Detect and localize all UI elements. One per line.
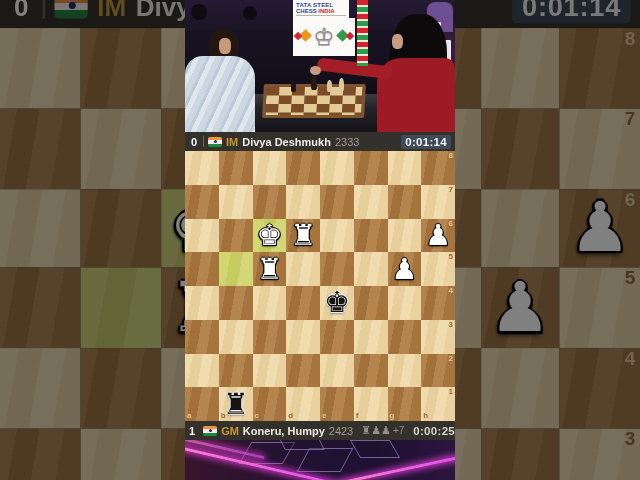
white-king-c6[interactable]: ♚	[256, 221, 282, 250]
rank-label-8: 8	[625, 30, 636, 49]
square-f1[interactable]: f	[354, 387, 388, 421]
live-video-feed[interactable]: TATA STEEL CHESS INDIA ♔	[185, 0, 455, 132]
file-label-c: c	[255, 412, 259, 420]
square-b7[interactable]	[219, 185, 253, 219]
player-title: IM	[97, 0, 126, 20]
file-label-a: a	[187, 412, 191, 420]
square-a4[interactable]	[185, 286, 219, 320]
square-g1[interactable]: g	[388, 387, 422, 421]
physical-piece	[311, 75, 317, 90]
square-b6[interactable]	[80, 188, 160, 268]
black-king-e4[interactable]: ♚	[324, 288, 350, 317]
rank-label-2: 2	[449, 355, 453, 363]
match-score-top: 0	[189, 136, 199, 148]
captured-pawn-icon: ♟	[381, 425, 391, 436]
player-right-face	[392, 34, 403, 49]
square-h1[interactable]: 1h	[421, 387, 455, 421]
square-f4[interactable]	[354, 286, 388, 320]
file-label-g: g	[390, 412, 395, 420]
player-name: Koneru, Humpy	[243, 425, 325, 437]
square-g6[interactable]	[480, 188, 560, 268]
player-title: IM	[226, 136, 238, 148]
square-b2[interactable]	[219, 354, 253, 388]
square-a6[interactable]	[185, 219, 219, 253]
square-a8[interactable]	[185, 151, 219, 185]
square-a7[interactable]	[185, 185, 219, 219]
wireframe-cube	[297, 448, 354, 472]
square-e2[interactable]	[320, 354, 354, 388]
india-flag	[55, 0, 88, 17]
square-a2[interactable]	[185, 354, 219, 388]
square-b8[interactable]	[80, 28, 160, 108]
square-c2[interactable]	[253, 354, 287, 388]
player-left-koneru-humpy	[185, 56, 255, 132]
square-b7[interactable]	[80, 108, 160, 188]
square-g5[interactable]: ♟	[388, 252, 422, 286]
square-f3[interactable]	[354, 320, 388, 354]
white-rook-d6[interactable]: ♜	[290, 221, 316, 250]
chessboard: 87♚♜6♟♜♟5♚432ab♜cdefg1h	[185, 151, 455, 421]
background-person	[243, 6, 257, 20]
square-h7[interactable]: 7	[560, 108, 640, 188]
square-e6[interactable]	[320, 219, 354, 253]
square-b3[interactable]	[219, 320, 253, 354]
square-e3[interactable]	[320, 320, 354, 354]
player-left-face	[219, 38, 231, 54]
captured-pawn-icon: ♟	[371, 425, 381, 436]
match-score-top: 0	[9, 0, 33, 20]
square-h5[interactable]: 5	[560, 268, 640, 348]
player-rating: 2333	[335, 136, 359, 148]
square-g4[interactable]	[480, 348, 560, 428]
rank-label-7: 7	[449, 186, 453, 194]
square-h3[interactable]: 3	[560, 428, 640, 480]
rank-label-6: 6	[449, 220, 453, 228]
clock-top-active: 0:01:14	[401, 135, 451, 149]
square-h4[interactable]: 4	[560, 348, 640, 428]
match-score-bottom: 1	[189, 425, 195, 437]
square-e7[interactable]	[320, 185, 354, 219]
captured-material: ♜♟♟+7	[361, 425, 404, 436]
square-c4[interactable]	[253, 286, 287, 320]
player-title: GM	[221, 425, 239, 437]
square-c3[interactable]	[253, 320, 287, 354]
background-person	[191, 4, 207, 20]
clock-top: 0:01:14	[513, 0, 631, 22]
square-g5[interactable]: ♟	[480, 268, 560, 348]
square-d2[interactable]	[286, 354, 320, 388]
wireframe-cube	[277, 440, 325, 450]
event-logo-text: TATA STEEL CHESS INDIA	[293, 0, 349, 18]
square-e4[interactable]: ♚	[320, 286, 354, 320]
rank-label-8: 8	[449, 152, 453, 160]
square-b3[interactable]	[80, 428, 160, 480]
physical-piece	[339, 78, 344, 91]
square-b5[interactable]	[80, 268, 160, 348]
square-e1[interactable]: e	[320, 387, 354, 421]
square-a6[interactable]	[0, 188, 80, 268]
logo-rule	[296, 15, 346, 17]
square-d4[interactable]	[286, 286, 320, 320]
square-g3[interactable]	[480, 428, 560, 480]
square-g8[interactable]	[388, 151, 422, 185]
file-label-f: f	[356, 412, 359, 420]
rank-label-7: 7	[625, 110, 636, 129]
player-name: Divya Deshmukh	[242, 136, 331, 148]
square-f2[interactable]	[354, 354, 388, 388]
stream-frame: 0 IM Divya Deshmukh 2333 0:01:14 87♚♜6♟♜…	[0, 0, 640, 480]
rank-label-5: 5	[625, 270, 636, 289]
black-rook-b1[interactable]: ♜	[223, 390, 249, 419]
square-b5[interactable]	[219, 252, 253, 286]
square-a5[interactable]	[185, 252, 219, 286]
white-rook-c5[interactable]: ♜	[256, 255, 282, 284]
square-d7[interactable]	[286, 185, 320, 219]
square-d5[interactable]	[286, 252, 320, 286]
square-f8[interactable]	[354, 151, 388, 185]
logo-line-2: CHESS INDIA	[296, 8, 346, 14]
clock-bottom: 0:00:25	[411, 424, 457, 438]
square-c1[interactable]: c	[253, 387, 287, 421]
bottom-player-bar: 1 GM Koneru, Humpy 2423 ♜♟♟+7 0:00:25	[185, 421, 455, 440]
festive-pattern-strip	[357, 0, 368, 66]
content-column: TATA STEEL CHESS INDIA ♔ 0 IM Divya	[185, 0, 455, 480]
rangoli-diamond-red	[346, 32, 354, 40]
file-label-b: b	[221, 412, 226, 420]
rank-label-3: 3	[449, 321, 453, 329]
square-c8[interactable]	[253, 151, 287, 185]
player-rating: 2423	[329, 425, 353, 437]
divider	[203, 136, 204, 147]
square-c7[interactable]	[253, 185, 287, 219]
file-label-d: d	[288, 412, 293, 420]
square-a8[interactable]	[0, 28, 80, 108]
square-a1[interactable]: a	[185, 387, 219, 421]
material-advantage: +7	[393, 425, 404, 436]
square-a7[interactable]	[0, 108, 80, 188]
square-g3[interactable]	[388, 320, 422, 354]
square-h8[interactable]: 8	[560, 28, 640, 108]
event-logo-emblem: ♔	[293, 18, 355, 56]
square-h2[interactable]: 2	[421, 354, 455, 388]
square-b4[interactable]	[80, 348, 160, 428]
square-f5[interactable]	[354, 252, 388, 286]
event-logo: TATA STEEL CHESS INDIA ♔	[293, 0, 355, 56]
india-flag	[203, 426, 217, 436]
rank-label-4: 4	[449, 287, 453, 295]
neon-line	[342, 456, 455, 480]
square-g7[interactable]	[480, 108, 560, 188]
captured-rook-icon: ♜	[361, 425, 371, 436]
wireframe-cube	[350, 440, 400, 458]
india-flag	[208, 137, 222, 147]
rank-label-1: 1	[449, 388, 453, 396]
white-pawn-h6[interactable]: ♟	[425, 221, 451, 250]
file-label-h: h	[423, 412, 428, 420]
square-f6[interactable]	[354, 219, 388, 253]
square-b6[interactable]	[219, 219, 253, 253]
square-b8[interactable]	[219, 151, 253, 185]
rank-label-6: 6	[625, 190, 636, 209]
white-pawn-g5[interactable]: ♟	[489, 274, 551, 343]
rank-label-4: 4	[625, 350, 636, 369]
white-pawn-g5[interactable]: ♟	[391, 255, 417, 284]
physical-piece	[327, 80, 332, 92]
square-b1[interactable]: b♜	[219, 387, 253, 421]
square-a3[interactable]	[185, 320, 219, 354]
top-player-bar: 0 IM Divya Deshmukh 2333 0:01:14	[185, 132, 455, 151]
square-g2[interactable]	[388, 354, 422, 388]
square-h8[interactable]: 8	[421, 151, 455, 185]
square-h5[interactable]: 5	[421, 252, 455, 286]
square-b4[interactable]	[219, 286, 253, 320]
square-h7[interactable]: 7	[421, 185, 455, 219]
square-c5[interactable]: ♜	[253, 252, 287, 286]
chess-king-emblem-icon: ♔	[313, 25, 335, 49]
white-pawn-h6[interactable]: ♟	[569, 194, 631, 263]
player-right-arm	[316, 57, 393, 79]
square-a5[interactable]	[0, 268, 80, 348]
square-c6[interactable]: ♚	[253, 219, 287, 253]
rank-label-3: 3	[625, 430, 636, 449]
square-g6[interactable]	[388, 219, 422, 253]
square-f7[interactable]	[354, 185, 388, 219]
square-d1[interactable]: d	[286, 387, 320, 421]
square-e5[interactable]	[320, 252, 354, 286]
square-h6[interactable]: 6♟	[560, 188, 640, 268]
neon-graphic	[185, 440, 455, 480]
divider	[43, 0, 45, 19]
square-g8[interactable]	[480, 28, 560, 108]
square-h6[interactable]: 6♟	[421, 219, 455, 253]
square-d6[interactable]: ♜	[286, 219, 320, 253]
square-g7[interactable]	[388, 185, 422, 219]
square-a3[interactable]	[0, 428, 80, 480]
physical-piece	[291, 80, 296, 92]
square-d8[interactable]	[286, 151, 320, 185]
square-h3[interactable]: 3	[421, 320, 455, 354]
file-label-e: e	[322, 412, 326, 420]
player-right-hand	[310, 66, 321, 75]
square-e8[interactable]	[320, 151, 354, 185]
square-d3[interactable]	[286, 320, 320, 354]
square-h4[interactable]: 4	[421, 286, 455, 320]
rank-label-5: 5	[449, 253, 453, 261]
square-g4[interactable]	[388, 286, 422, 320]
square-a4[interactable]	[0, 348, 80, 428]
